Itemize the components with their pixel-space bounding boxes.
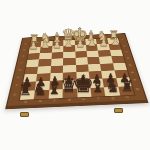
brass-hinge-knob-left bbox=[20, 112, 29, 117]
brass-hinge-knob-right bbox=[114, 108, 123, 113]
piece-white-pawn[interactable]: ♟ bbox=[99, 38, 108, 48]
piece-black-knight[interactable]: ♞ bbox=[105, 79, 119, 95]
piece-white-pawn[interactable]: ♟ bbox=[76, 39, 85, 49]
photo-background: abcdefgh abcdefgh 12345678 12345678 ♜♞♝♛… bbox=[0, 0, 150, 150]
piece-white-pawn[interactable]: ♟ bbox=[52, 40, 61, 50]
piece-white-pawn[interactable]: ♟ bbox=[87, 39, 96, 49]
piece-black-bishop[interactable]: ♝ bbox=[90, 78, 105, 95]
piece-black-rook[interactable]: ♜ bbox=[19, 83, 32, 98]
piece-black-rook[interactable]: ♜ bbox=[120, 79, 133, 94]
piece-layer: ♜♞♝♛♚♝♞♜♟♟♟♟♟♟♟♟♟♟♟♟♟♟♟♟♜♞♝♛♚♝♞♜ bbox=[0, 0, 150, 150]
piece-white-pawn[interactable]: ♟ bbox=[29, 41, 38, 51]
piece-white-pawn[interactable]: ♟ bbox=[40, 41, 49, 51]
piece-white-pawn[interactable]: ♟ bbox=[64, 40, 73, 50]
piece-black-knight[interactable]: ♞ bbox=[33, 82, 47, 98]
piece-white-pawn[interactable]: ♟ bbox=[111, 37, 120, 47]
